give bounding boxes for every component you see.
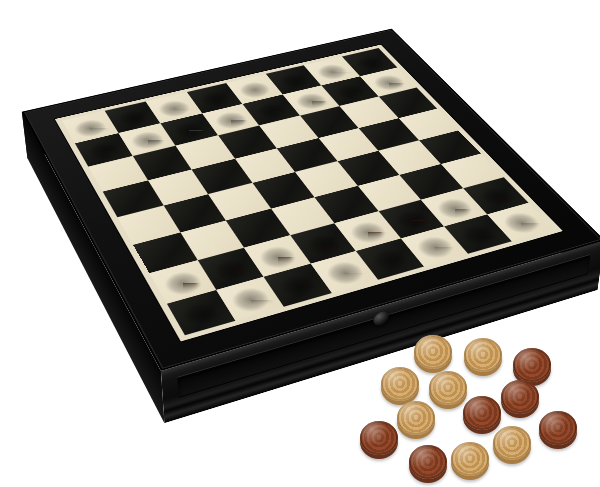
checker-dark[interactable] [409, 445, 447, 479]
checker-light[interactable] [451, 442, 489, 476]
product-photo-canvas: ♜♞♝♛♚♝♞♜♟♟♟♟♟♟♟♟♟♟♟♟♟♟♟♟♜♞♝♛♚♝♞♜ [0, 0, 600, 487]
checker-light[interactable] [464, 338, 502, 372]
checkers-pieces [0, 0, 600, 487]
checker-light[interactable] [397, 401, 435, 435]
checker-dark[interactable] [501, 380, 539, 414]
checker-dark[interactable] [539, 411, 577, 445]
checker-light[interactable] [414, 335, 452, 369]
checker-light[interactable] [381, 367, 419, 401]
checker-dark[interactable] [463, 396, 501, 430]
checker-dark[interactable] [513, 348, 551, 382]
checker-light[interactable] [493, 426, 531, 460]
checker-dark[interactable] [360, 421, 398, 455]
checker-light[interactable] [429, 371, 467, 405]
